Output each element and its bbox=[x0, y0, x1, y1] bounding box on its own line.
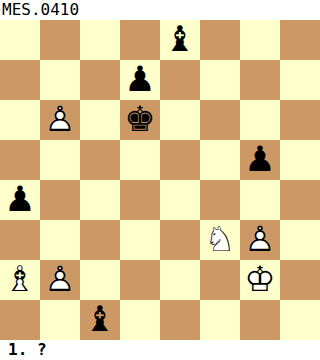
chess-puzzle-window: MES.0410 ♝♟♟♙♚♟♟♞♘♟♙♝♗♟♙♚♔♝ 1. ? bbox=[0, 0, 320, 360]
square-b8[interactable] bbox=[40, 20, 80, 60]
square-e1[interactable] bbox=[160, 300, 200, 340]
piece-white-bishop: ♝♗ bbox=[0, 260, 40, 300]
chess-board: ♝♟♟♙♚♟♟♞♘♟♙♝♗♟♙♚♔♝ bbox=[0, 20, 320, 340]
square-e5[interactable] bbox=[160, 140, 200, 180]
square-b1[interactable] bbox=[40, 300, 80, 340]
piece-black-pawn: ♟ bbox=[120, 60, 160, 100]
square-f1[interactable] bbox=[200, 300, 240, 340]
square-g6[interactable] bbox=[240, 100, 280, 140]
square-c1[interactable]: ♝ bbox=[80, 300, 120, 340]
square-d1[interactable] bbox=[120, 300, 160, 340]
square-c6[interactable] bbox=[80, 100, 120, 140]
square-d5[interactable] bbox=[120, 140, 160, 180]
square-d7[interactable]: ♟ bbox=[120, 60, 160, 100]
square-a5[interactable] bbox=[0, 140, 40, 180]
piece-black-pawn: ♟ bbox=[240, 140, 280, 180]
square-b7[interactable] bbox=[40, 60, 80, 100]
square-d6[interactable]: ♚ bbox=[120, 100, 160, 140]
square-b2[interactable]: ♟♙ bbox=[40, 260, 80, 300]
square-d2[interactable] bbox=[120, 260, 160, 300]
piece-black-king: ♚ bbox=[120, 100, 160, 140]
square-d3[interactable] bbox=[120, 220, 160, 260]
square-a2[interactable]: ♝♗ bbox=[0, 260, 40, 300]
square-b4[interactable] bbox=[40, 180, 80, 220]
square-a3[interactable] bbox=[0, 220, 40, 260]
square-b6[interactable]: ♟♙ bbox=[40, 100, 80, 140]
square-h8[interactable] bbox=[280, 20, 320, 60]
square-g5[interactable]: ♟ bbox=[240, 140, 280, 180]
square-e4[interactable] bbox=[160, 180, 200, 220]
square-a8[interactable] bbox=[0, 20, 40, 60]
piece-white-pawn: ♟♙ bbox=[40, 260, 80, 300]
square-a6[interactable] bbox=[0, 100, 40, 140]
piece-black-pawn: ♟ bbox=[0, 180, 40, 220]
piece-white-knight: ♞♘ bbox=[200, 220, 240, 260]
move-prompt: 1. ? bbox=[0, 340, 320, 360]
square-g8[interactable] bbox=[240, 20, 280, 60]
square-f6[interactable] bbox=[200, 100, 240, 140]
piece-white-pawn: ♟♙ bbox=[240, 220, 280, 260]
square-e3[interactable] bbox=[160, 220, 200, 260]
square-a7[interactable] bbox=[0, 60, 40, 100]
square-f8[interactable] bbox=[200, 20, 240, 60]
square-g7[interactable] bbox=[240, 60, 280, 100]
square-h7[interactable] bbox=[280, 60, 320, 100]
piece-black-bishop: ♝ bbox=[160, 20, 200, 60]
square-h2[interactable] bbox=[280, 260, 320, 300]
square-g1[interactable] bbox=[240, 300, 280, 340]
square-d8[interactable] bbox=[120, 20, 160, 60]
square-a1[interactable] bbox=[0, 300, 40, 340]
square-d4[interactable] bbox=[120, 180, 160, 220]
square-c7[interactable] bbox=[80, 60, 120, 100]
square-c3[interactable] bbox=[80, 220, 120, 260]
square-c4[interactable] bbox=[80, 180, 120, 220]
square-a4[interactable]: ♟ bbox=[0, 180, 40, 220]
square-g2[interactable]: ♚♔ bbox=[240, 260, 280, 300]
square-c8[interactable] bbox=[80, 20, 120, 60]
square-e8[interactable]: ♝ bbox=[160, 20, 200, 60]
puzzle-id: MES.0410 bbox=[0, 0, 320, 20]
square-c5[interactable] bbox=[80, 140, 120, 180]
square-b5[interactable] bbox=[40, 140, 80, 180]
piece-white-pawn: ♟♙ bbox=[40, 100, 80, 140]
square-h5[interactable] bbox=[280, 140, 320, 180]
square-f5[interactable] bbox=[200, 140, 240, 180]
square-h6[interactable] bbox=[280, 100, 320, 140]
square-f7[interactable] bbox=[200, 60, 240, 100]
square-b3[interactable] bbox=[40, 220, 80, 260]
square-e7[interactable] bbox=[160, 60, 200, 100]
piece-white-king: ♚♔ bbox=[240, 260, 280, 300]
square-f2[interactable] bbox=[200, 260, 240, 300]
square-h4[interactable] bbox=[280, 180, 320, 220]
square-g4[interactable] bbox=[240, 180, 280, 220]
piece-black-bishop: ♝ bbox=[80, 300, 120, 340]
square-c2[interactable] bbox=[80, 260, 120, 300]
square-f4[interactable] bbox=[200, 180, 240, 220]
square-e2[interactable] bbox=[160, 260, 200, 300]
square-g3[interactable]: ♟♙ bbox=[240, 220, 280, 260]
square-h3[interactable] bbox=[280, 220, 320, 260]
square-f3[interactable]: ♞♘ bbox=[200, 220, 240, 260]
square-e6[interactable] bbox=[160, 100, 200, 140]
square-h1[interactable] bbox=[280, 300, 320, 340]
